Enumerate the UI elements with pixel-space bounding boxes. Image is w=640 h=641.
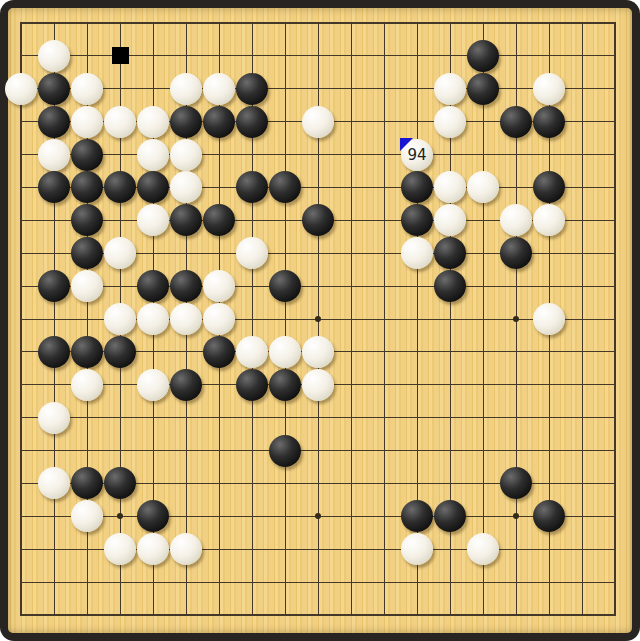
star-point xyxy=(513,513,519,519)
black-stone xyxy=(500,467,532,499)
white-stone xyxy=(38,467,70,499)
black-stone xyxy=(71,467,103,499)
black-stone xyxy=(38,106,70,138)
black-stone xyxy=(38,171,70,203)
white-stone xyxy=(5,73,37,105)
black-stone xyxy=(71,204,103,236)
black-stone xyxy=(533,500,565,532)
white-stone xyxy=(533,73,565,105)
black-stone xyxy=(500,237,532,269)
grid-line-h xyxy=(20,614,616,616)
white-stone xyxy=(104,533,136,565)
white-stone xyxy=(203,73,235,105)
black-stone xyxy=(170,106,202,138)
black-stone xyxy=(434,500,466,532)
white-stone xyxy=(170,171,202,203)
white-stone xyxy=(137,303,169,335)
white-stone xyxy=(269,336,301,368)
white-stone xyxy=(38,40,70,72)
white-stone xyxy=(302,106,334,138)
black-stone xyxy=(71,237,103,269)
white-stone xyxy=(236,237,268,269)
grid-line-h xyxy=(20,417,616,418)
white-stone xyxy=(434,171,466,203)
black-stone xyxy=(269,270,301,302)
black-stone xyxy=(236,73,268,105)
white-stone xyxy=(434,204,466,236)
grid-line-h xyxy=(20,582,616,583)
white-stone xyxy=(71,73,103,105)
white-stone xyxy=(203,303,235,335)
grid-line-v xyxy=(351,22,352,616)
white-stone xyxy=(236,336,268,368)
last-move-stone: 94 xyxy=(401,139,433,171)
white-stone xyxy=(401,533,433,565)
black-stone xyxy=(236,369,268,401)
white-stone xyxy=(104,106,136,138)
white-stone xyxy=(302,369,334,401)
black-stone xyxy=(500,106,532,138)
white-stone xyxy=(203,270,235,302)
black-stone xyxy=(401,500,433,532)
black-stone xyxy=(104,171,136,203)
black-stone xyxy=(269,369,301,401)
white-stone xyxy=(104,237,136,269)
black-stone xyxy=(533,106,565,138)
white-stone xyxy=(170,303,202,335)
white-stone xyxy=(434,106,466,138)
black-stone xyxy=(401,204,433,236)
star-point xyxy=(117,513,123,519)
black-stone xyxy=(269,171,301,203)
grid-line-v xyxy=(483,22,484,616)
black-stone xyxy=(71,171,103,203)
white-stone xyxy=(500,204,532,236)
white-stone xyxy=(434,73,466,105)
black-stone xyxy=(38,270,70,302)
black-stone xyxy=(38,73,70,105)
white-stone xyxy=(533,204,565,236)
black-stone xyxy=(203,204,235,236)
black-stone xyxy=(137,171,169,203)
white-stone xyxy=(137,533,169,565)
star-point xyxy=(513,316,519,322)
grid-line-v xyxy=(582,22,583,616)
white-stone xyxy=(71,270,103,302)
white-stone xyxy=(38,139,70,171)
white-stone xyxy=(38,402,70,434)
board-frame: 94 xyxy=(0,0,640,641)
black-stone xyxy=(236,106,268,138)
white-stone xyxy=(170,73,202,105)
white-stone xyxy=(533,303,565,335)
star-point xyxy=(315,316,321,322)
black-stone xyxy=(203,336,235,368)
black-stone xyxy=(170,270,202,302)
black-stone xyxy=(467,40,499,72)
black-stone xyxy=(467,73,499,105)
black-stone xyxy=(533,171,565,203)
square-marker-icon xyxy=(112,47,129,64)
black-stone xyxy=(434,237,466,269)
white-stone xyxy=(137,369,169,401)
black-stone xyxy=(71,336,103,368)
grid-line-v xyxy=(384,22,385,616)
black-stone xyxy=(302,204,334,236)
white-stone xyxy=(302,336,334,368)
black-stone xyxy=(203,106,235,138)
go-app: 94 xyxy=(0,0,640,641)
white-stone xyxy=(71,106,103,138)
black-stone xyxy=(170,369,202,401)
black-stone xyxy=(269,435,301,467)
black-stone xyxy=(170,204,202,236)
white-stone xyxy=(104,303,136,335)
go-board[interactable]: 94 xyxy=(8,8,632,633)
white-stone xyxy=(401,237,433,269)
black-stone xyxy=(38,336,70,368)
black-stone xyxy=(137,270,169,302)
grid-line-h xyxy=(20,450,616,451)
grid-line-v xyxy=(614,22,616,616)
black-stone xyxy=(104,336,136,368)
black-stone xyxy=(401,171,433,203)
white-stone xyxy=(467,171,499,203)
white-stone xyxy=(71,369,103,401)
white-stone xyxy=(170,533,202,565)
black-stone xyxy=(137,500,169,532)
white-stone xyxy=(170,139,202,171)
white-stone xyxy=(137,204,169,236)
white-stone xyxy=(467,533,499,565)
star-point xyxy=(315,513,321,519)
last-move-number: 94 xyxy=(401,139,433,171)
white-stone xyxy=(71,500,103,532)
white-stone xyxy=(137,106,169,138)
black-stone xyxy=(434,270,466,302)
white-stone xyxy=(137,139,169,171)
black-stone xyxy=(71,139,103,171)
black-stone xyxy=(104,467,136,499)
black-stone xyxy=(236,171,268,203)
